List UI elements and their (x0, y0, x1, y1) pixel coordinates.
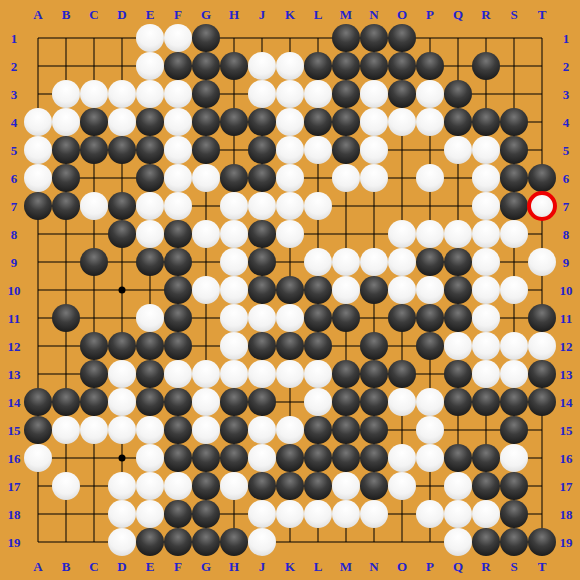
white-stone[interactable] (304, 192, 332, 220)
go-board[interactable]: AA11BB22CC33DD44EE55FF66GG77HH88JJ99KK10… (0, 0, 580, 580)
coord-label-right: 9 (563, 256, 570, 269)
black-stone[interactable] (388, 360, 416, 388)
black-stone[interactable] (80, 136, 108, 164)
black-stone[interactable] (192, 500, 220, 528)
black-stone[interactable] (24, 388, 52, 416)
white-stone[interactable] (164, 360, 192, 388)
white-stone[interactable] (304, 248, 332, 276)
white-stone[interactable] (220, 220, 248, 248)
coord-label-right: 1 (563, 32, 570, 45)
black-stone[interactable] (136, 248, 164, 276)
black-stone[interactable] (304, 108, 332, 136)
white-stone[interactable] (108, 108, 136, 136)
black-stone[interactable] (304, 416, 332, 444)
coord-label-top: L (314, 8, 323, 21)
black-stone[interactable] (136, 164, 164, 192)
white-stone[interactable] (332, 472, 360, 500)
white-stone[interactable] (332, 500, 360, 528)
white-stone[interactable] (472, 276, 500, 304)
white-stone[interactable] (472, 248, 500, 276)
white-stone[interactable] (136, 80, 164, 108)
black-stone[interactable] (276, 472, 304, 500)
white-stone[interactable] (136, 52, 164, 80)
black-stone[interactable] (500, 472, 528, 500)
black-stone[interactable] (164, 332, 192, 360)
coord-label-left: 7 (11, 200, 18, 213)
white-stone[interactable] (388, 444, 416, 472)
white-stone[interactable] (444, 472, 472, 500)
black-stone[interactable] (52, 136, 80, 164)
white-stone[interactable] (472, 500, 500, 528)
black-stone[interactable] (416, 52, 444, 80)
white-stone[interactable] (136, 192, 164, 220)
white-stone[interactable] (472, 304, 500, 332)
black-stone[interactable] (276, 444, 304, 472)
white-stone[interactable] (24, 108, 52, 136)
black-stone[interactable] (388, 80, 416, 108)
white-stone[interactable] (360, 500, 388, 528)
white-stone[interactable] (444, 332, 472, 360)
white-stone[interactable] (220, 192, 248, 220)
white-stone[interactable] (472, 220, 500, 248)
white-stone[interactable] (248, 192, 276, 220)
black-stone[interactable] (388, 304, 416, 332)
black-stone[interactable] (332, 304, 360, 332)
white-stone[interactable] (360, 136, 388, 164)
coord-label-bottom: O (397, 560, 407, 573)
black-stone[interactable] (416, 248, 444, 276)
black-stone[interactable] (164, 444, 192, 472)
black-stone[interactable] (192, 24, 220, 52)
black-stone[interactable] (304, 444, 332, 472)
white-stone[interactable] (500, 220, 528, 248)
black-stone[interactable] (220, 388, 248, 416)
white-stone[interactable] (164, 24, 192, 52)
black-stone[interactable] (192, 108, 220, 136)
white-stone[interactable] (500, 332, 528, 360)
white-stone[interactable] (192, 388, 220, 416)
black-stone[interactable] (528, 304, 556, 332)
black-stone[interactable] (164, 276, 192, 304)
white-stone[interactable] (416, 500, 444, 528)
white-stone[interactable] (220, 248, 248, 276)
coord-label-top: F (174, 8, 182, 21)
coord-label-bottom: K (285, 560, 295, 573)
black-stone[interactable] (220, 444, 248, 472)
white-stone[interactable] (136, 472, 164, 500)
coord-label-bottom: B (62, 560, 71, 573)
coord-label-top: G (201, 8, 211, 21)
coord-label-top: M (340, 8, 352, 21)
white-stone[interactable] (500, 276, 528, 304)
black-stone[interactable] (388, 24, 416, 52)
white-stone[interactable] (276, 304, 304, 332)
white-stone[interactable] (192, 220, 220, 248)
coord-label-top: T (538, 8, 547, 21)
coord-label-right: 17 (560, 480, 573, 493)
white-stone[interactable] (472, 136, 500, 164)
white-stone[interactable] (416, 276, 444, 304)
white-stone[interactable] (276, 360, 304, 388)
black-stone[interactable] (500, 388, 528, 416)
black-stone[interactable] (472, 444, 500, 472)
coord-label-right: 19 (560, 536, 573, 549)
black-stone[interactable] (248, 248, 276, 276)
white-stone[interactable] (388, 248, 416, 276)
black-stone[interactable] (388, 52, 416, 80)
coord-label-bottom: R (481, 560, 490, 573)
black-stone[interactable] (164, 416, 192, 444)
black-stone[interactable] (332, 444, 360, 472)
black-stone[interactable] (220, 528, 248, 556)
black-stone[interactable] (472, 52, 500, 80)
black-stone[interactable] (248, 108, 276, 136)
white-stone[interactable] (416, 108, 444, 136)
black-stone[interactable] (108, 220, 136, 248)
white-stone[interactable] (248, 304, 276, 332)
coord-label-right: 12 (560, 340, 573, 353)
white-stone[interactable] (360, 164, 388, 192)
white-stone[interactable] (360, 248, 388, 276)
white-stone[interactable] (276, 108, 304, 136)
black-stone[interactable] (136, 528, 164, 556)
black-stone[interactable] (52, 192, 80, 220)
black-stone[interactable] (360, 388, 388, 416)
white-stone[interactable] (52, 80, 80, 108)
black-stone[interactable] (192, 136, 220, 164)
white-stone[interactable] (304, 360, 332, 388)
black-stone[interactable] (332, 136, 360, 164)
black-stone[interactable] (164, 304, 192, 332)
black-stone[interactable] (472, 388, 500, 416)
white-stone[interactable] (472, 360, 500, 388)
white-stone[interactable] (108, 388, 136, 416)
black-stone[interactable] (304, 276, 332, 304)
black-stone[interactable] (304, 332, 332, 360)
white-stone[interactable] (416, 388, 444, 416)
white-stone[interactable] (108, 528, 136, 556)
white-stone[interactable] (24, 136, 52, 164)
white-stone[interactable] (52, 416, 80, 444)
black-stone[interactable] (80, 360, 108, 388)
coord-label-bottom: H (229, 560, 239, 573)
white-stone[interactable] (108, 360, 136, 388)
black-stone[interactable] (192, 52, 220, 80)
white-stone[interactable] (388, 276, 416, 304)
black-stone[interactable] (164, 388, 192, 416)
coord-label-right: 18 (560, 508, 573, 521)
coord-label-top: D (117, 8, 126, 21)
white-stone[interactable] (304, 388, 332, 416)
black-stone[interactable] (108, 192, 136, 220)
white-stone[interactable] (164, 192, 192, 220)
coord-label-left: 10 (8, 284, 21, 297)
coord-label-left: 17 (8, 480, 21, 493)
white-stone[interactable] (416, 80, 444, 108)
black-stone[interactable] (332, 24, 360, 52)
black-stone[interactable] (276, 332, 304, 360)
white-stone[interactable] (248, 528, 276, 556)
black-stone[interactable] (80, 332, 108, 360)
black-stone[interactable] (164, 528, 192, 556)
white-stone[interactable] (80, 192, 108, 220)
black-stone[interactable] (24, 416, 52, 444)
white-stone[interactable] (136, 416, 164, 444)
white-stone[interactable] (164, 136, 192, 164)
white-stone[interactable] (164, 164, 192, 192)
coord-label-bottom: J (259, 560, 266, 573)
white-stone[interactable] (304, 136, 332, 164)
white-stone[interactable] (164, 472, 192, 500)
black-stone[interactable] (444, 108, 472, 136)
black-stone[interactable] (80, 108, 108, 136)
white-stone[interactable] (332, 164, 360, 192)
white-stone[interactable] (80, 80, 108, 108)
black-stone[interactable] (500, 416, 528, 444)
black-stone[interactable] (444, 248, 472, 276)
black-stone[interactable] (528, 360, 556, 388)
white-stone[interactable] (220, 304, 248, 332)
black-stone[interactable] (220, 164, 248, 192)
white-stone[interactable] (108, 472, 136, 500)
black-stone[interactable] (500, 136, 528, 164)
white-stone[interactable] (192, 276, 220, 304)
white-stone[interactable] (304, 500, 332, 528)
white-stone[interactable] (416, 444, 444, 472)
black-stone[interactable] (136, 136, 164, 164)
coord-label-right: 2 (563, 60, 570, 73)
coord-label-bottom: P (426, 560, 434, 573)
black-stone[interactable] (416, 332, 444, 360)
white-stone[interactable] (248, 360, 276, 388)
white-stone[interactable] (164, 108, 192, 136)
white-stone[interactable] (220, 360, 248, 388)
black-stone[interactable] (332, 388, 360, 416)
coord-label-bottom: M (340, 560, 352, 573)
coord-label-left: 15 (8, 424, 21, 437)
white-stone[interactable] (248, 416, 276, 444)
black-stone[interactable] (528, 388, 556, 416)
black-stone[interactable] (136, 360, 164, 388)
white-stone[interactable] (388, 472, 416, 500)
white-stone[interactable] (360, 80, 388, 108)
white-stone[interactable] (304, 80, 332, 108)
white-stone[interactable] (220, 472, 248, 500)
white-stone[interactable] (276, 52, 304, 80)
white-stone[interactable] (528, 332, 556, 360)
black-stone[interactable] (80, 248, 108, 276)
black-stone[interactable] (248, 136, 276, 164)
black-stone[interactable] (164, 52, 192, 80)
black-stone[interactable] (248, 472, 276, 500)
black-stone[interactable] (164, 220, 192, 248)
black-stone[interactable] (500, 164, 528, 192)
white-stone[interactable] (220, 332, 248, 360)
black-stone[interactable] (332, 108, 360, 136)
white-stone[interactable] (164, 80, 192, 108)
white-stone[interactable] (500, 360, 528, 388)
black-stone[interactable] (220, 416, 248, 444)
black-stone[interactable] (472, 472, 500, 500)
coord-label-top: A (33, 8, 42, 21)
white-stone[interactable] (136, 220, 164, 248)
white-stone[interactable] (416, 220, 444, 248)
white-stone[interactable] (332, 248, 360, 276)
black-stone[interactable] (164, 248, 192, 276)
black-stone[interactable] (192, 444, 220, 472)
black-stone[interactable] (360, 332, 388, 360)
white-stone[interactable] (24, 164, 52, 192)
coord-label-left: 9 (11, 256, 18, 269)
white-stone[interactable] (276, 80, 304, 108)
white-stone[interactable] (192, 416, 220, 444)
black-stone[interactable] (444, 304, 472, 332)
coord-label-left: 5 (11, 144, 18, 157)
white-stone[interactable] (220, 276, 248, 304)
white-stone[interactable] (52, 108, 80, 136)
white-stone[interactable] (136, 304, 164, 332)
white-stone[interactable] (276, 220, 304, 248)
black-stone[interactable] (360, 360, 388, 388)
black-stone[interactable] (360, 24, 388, 52)
black-stone[interactable] (500, 500, 528, 528)
white-stone[interactable] (332, 276, 360, 304)
black-stone[interactable] (248, 220, 276, 248)
black-stone[interactable] (444, 360, 472, 388)
black-stone[interactable] (360, 276, 388, 304)
white-stone[interactable] (444, 528, 472, 556)
coord-label-top: E (146, 8, 155, 21)
black-stone[interactable] (52, 164, 80, 192)
black-stone[interactable] (472, 528, 500, 556)
black-stone[interactable] (136, 388, 164, 416)
white-stone[interactable] (248, 52, 276, 80)
black-stone[interactable] (444, 80, 472, 108)
black-stone[interactable] (136, 332, 164, 360)
black-stone[interactable] (360, 416, 388, 444)
coord-label-right: 11 (560, 312, 572, 325)
black-stone[interactable] (248, 276, 276, 304)
black-stone[interactable] (248, 164, 276, 192)
white-stone[interactable] (360, 108, 388, 136)
white-stone[interactable] (472, 192, 500, 220)
black-stone[interactable] (220, 52, 248, 80)
white-stone[interactable] (136, 500, 164, 528)
white-stone[interactable] (52, 472, 80, 500)
white-stone[interactable] (248, 444, 276, 472)
black-stone[interactable] (332, 52, 360, 80)
coord-label-top: N (369, 8, 378, 21)
coord-label-left: 4 (11, 116, 18, 129)
white-stone[interactable] (248, 500, 276, 528)
black-stone[interactable] (220, 108, 248, 136)
white-stone[interactable] (472, 164, 500, 192)
white-stone[interactable] (500, 444, 528, 472)
white-stone[interactable] (444, 500, 472, 528)
black-stone[interactable] (500, 108, 528, 136)
white-stone[interactable] (136, 24, 164, 52)
black-stone[interactable] (332, 80, 360, 108)
white-stone[interactable] (108, 500, 136, 528)
black-stone[interactable] (444, 388, 472, 416)
white-stone[interactable] (388, 388, 416, 416)
white-stone[interactable] (136, 444, 164, 472)
black-stone[interactable] (360, 444, 388, 472)
white-stone[interactable] (248, 80, 276, 108)
black-stone[interactable] (472, 108, 500, 136)
coord-label-top: J (259, 8, 266, 21)
black-stone[interactable] (164, 500, 192, 528)
black-stone[interactable] (500, 528, 528, 556)
white-stone[interactable] (192, 164, 220, 192)
black-stone[interactable] (528, 164, 556, 192)
coord-label-left: 6 (11, 172, 18, 185)
last-move-marked-stone[interactable] (527, 191, 557, 221)
black-stone[interactable] (248, 332, 276, 360)
coord-label-right: 6 (563, 172, 570, 185)
black-stone[interactable] (108, 332, 136, 360)
white-stone[interactable] (108, 416, 136, 444)
black-stone[interactable] (248, 388, 276, 416)
black-stone[interactable] (192, 472, 220, 500)
white-stone[interactable] (192, 360, 220, 388)
coord-label-right: 15 (560, 424, 573, 437)
black-stone[interactable] (360, 52, 388, 80)
white-stone[interactable] (24, 444, 52, 472)
black-stone[interactable] (276, 276, 304, 304)
black-stone[interactable] (24, 192, 52, 220)
black-stone[interactable] (136, 108, 164, 136)
black-stone[interactable] (304, 52, 332, 80)
black-stone[interactable] (528, 528, 556, 556)
white-stone[interactable] (276, 136, 304, 164)
coord-label-right: 16 (560, 452, 573, 465)
black-stone[interactable] (304, 304, 332, 332)
black-stone[interactable] (108, 136, 136, 164)
coord-label-left: 3 (11, 88, 18, 101)
white-stone[interactable] (444, 220, 472, 248)
black-stone[interactable] (444, 276, 472, 304)
black-stone[interactable] (192, 80, 220, 108)
coord-label-left: 13 (8, 368, 21, 381)
black-stone[interactable] (444, 444, 472, 472)
white-stone[interactable] (416, 164, 444, 192)
black-stone[interactable] (80, 388, 108, 416)
white-stone[interactable] (528, 248, 556, 276)
black-stone[interactable] (360, 472, 388, 500)
coord-label-left: 1 (11, 32, 18, 45)
black-stone[interactable] (332, 360, 360, 388)
black-stone[interactable] (52, 388, 80, 416)
white-stone[interactable] (416, 416, 444, 444)
black-stone[interactable] (304, 472, 332, 500)
white-stone[interactable] (276, 192, 304, 220)
white-stone[interactable] (276, 500, 304, 528)
white-stone[interactable] (276, 164, 304, 192)
black-stone[interactable] (192, 528, 220, 556)
black-stone[interactable] (52, 304, 80, 332)
white-stone[interactable] (444, 136, 472, 164)
black-stone[interactable] (416, 304, 444, 332)
white-stone[interactable] (388, 220, 416, 248)
white-stone[interactable] (276, 416, 304, 444)
white-stone[interactable] (80, 416, 108, 444)
black-stone[interactable] (332, 416, 360, 444)
black-stone[interactable] (500, 192, 528, 220)
white-stone[interactable] (388, 108, 416, 136)
white-stone[interactable] (472, 332, 500, 360)
white-stone[interactable] (108, 80, 136, 108)
